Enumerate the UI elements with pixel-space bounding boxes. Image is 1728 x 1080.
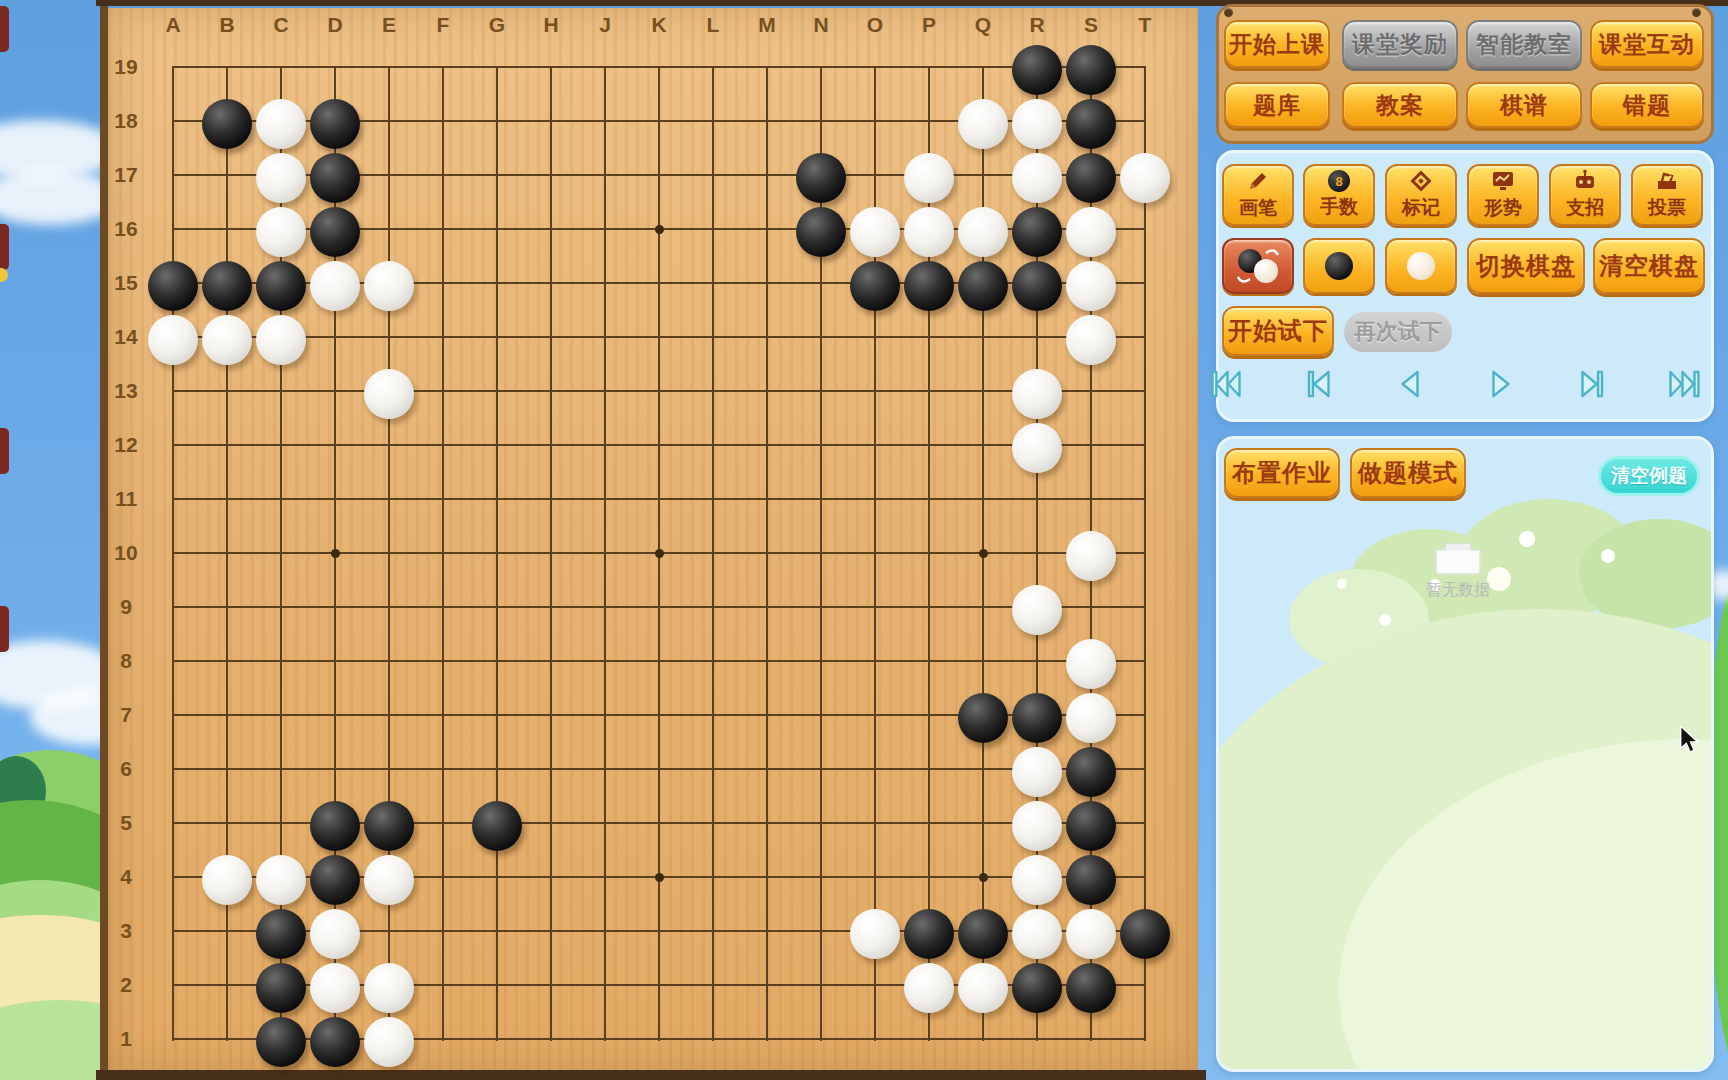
- bush-dot: [1337, 579, 1347, 589]
- column-label: K: [644, 13, 674, 37]
- row-label: 17: [104, 163, 148, 187]
- row-label: 2: [104, 973, 148, 997]
- tool-label: 手数: [1320, 194, 1358, 220]
- question-bank-button[interactable]: 题库: [1224, 82, 1330, 128]
- bottom-bar: [96, 1070, 1206, 1080]
- grid-line-vertical: [1144, 67, 1146, 1041]
- column-label: N: [806, 13, 836, 37]
- stone-white: [850, 909, 900, 959]
- stone-white: [1012, 153, 1062, 203]
- stone-white: [364, 1017, 414, 1067]
- column-label: T: [1130, 13, 1160, 37]
- star-point: [655, 873, 664, 882]
- class-interaction-button[interactable]: 课堂互动: [1590, 20, 1704, 68]
- column-label: G: [482, 13, 512, 37]
- row-label: 18: [104, 109, 148, 133]
- stone-black: [202, 261, 252, 311]
- clear-board-button[interactable]: 清空棋盘: [1593, 238, 1705, 294]
- stone-white: [1066, 639, 1116, 689]
- stone-white: [310, 909, 360, 959]
- star-point: [331, 549, 340, 558]
- stone-black: [796, 153, 846, 203]
- stone-black: [796, 207, 846, 257]
- territory-tool-button[interactable]: 形势: [1467, 164, 1539, 226]
- row-label: 9: [104, 595, 148, 619]
- grid-line-vertical: [604, 67, 606, 1041]
- wrong-question-button[interactable]: 错题: [1590, 82, 1704, 128]
- move-number-icon: 8: [1328, 170, 1350, 192]
- empty-text: 暂无数据: [1408, 580, 1508, 601]
- stone-white: [256, 855, 306, 905]
- stone-white: [310, 261, 360, 311]
- mark-tool-button[interactable]: 标记: [1385, 164, 1457, 226]
- stone-white: [1120, 153, 1170, 203]
- row-label: 11: [104, 487, 148, 511]
- stone-white: [1012, 801, 1062, 851]
- stone-black: [1066, 45, 1116, 95]
- stone-white: [904, 963, 954, 1013]
- star-point: [655, 549, 664, 558]
- grid-line-vertical: [172, 67, 174, 1041]
- stone-black: [1012, 45, 1062, 95]
- stone-black: [1120, 909, 1170, 959]
- grid-line-horizontal: [172, 768, 1146, 770]
- stone-black: [958, 261, 1008, 311]
- stone-black: [1066, 747, 1116, 797]
- row-label: 7: [104, 703, 148, 727]
- stone-white: [1012, 855, 1062, 905]
- stone-white: [958, 207, 1008, 257]
- background-window-edge: [0, 606, 9, 652]
- stone-black: [472, 801, 522, 851]
- grid-line-horizontal: [172, 606, 1146, 608]
- stone-black: [256, 1017, 306, 1067]
- row-label: 10: [104, 541, 148, 565]
- column-label: A: [158, 13, 188, 37]
- column-label: J: [590, 13, 620, 37]
- board-left-edge: [100, 0, 108, 1080]
- row-label: 1: [104, 1027, 148, 1051]
- game-record-button[interactable]: 棋谱: [1466, 82, 1582, 128]
- step-forward-button[interactable]: [1575, 366, 1611, 402]
- bush-dot: [1601, 549, 1615, 563]
- stone-black: [1012, 261, 1062, 311]
- stone-black: [148, 261, 198, 311]
- row-label: 15: [104, 271, 148, 295]
- stone-black: [1066, 855, 1116, 905]
- tool-label: 形势: [1484, 195, 1522, 221]
- stone-white: [1012, 423, 1062, 473]
- stone-white: [850, 207, 900, 257]
- switch-board-button[interactable]: 切换棋盘: [1467, 238, 1585, 294]
- white-stone-icon: [1407, 252, 1435, 280]
- vote-tool-button[interactable]: 投票: [1631, 164, 1703, 226]
- stone-white: [256, 207, 306, 257]
- territory-icon: [1490, 169, 1516, 193]
- stone-white: [256, 99, 306, 149]
- mouse-cursor: [1678, 726, 1702, 754]
- row-label: 12: [104, 433, 148, 457]
- grid-line-horizontal: [172, 660, 1146, 662]
- grid-line-vertical: [766, 67, 768, 1041]
- stone-black: [1012, 693, 1062, 743]
- row-label: 5: [104, 811, 148, 835]
- class-reward-button[interactable]: 课堂奖励: [1342, 20, 1458, 68]
- lesson-plan-button[interactable]: 教案: [1342, 82, 1458, 128]
- play-button[interactable]: [1483, 366, 1519, 402]
- assign-homework-button[interactable]: 布置作业: [1224, 448, 1340, 498]
- column-label: Q: [968, 13, 998, 37]
- stone-white: [364, 261, 414, 311]
- stone-black: [310, 153, 360, 203]
- stone-white: [1012, 909, 1062, 959]
- stone-black: [202, 99, 252, 149]
- stone-white: [1012, 99, 1062, 149]
- step-back-button[interactable]: [1300, 366, 1336, 402]
- hint-tool-button[interactable]: 支招: [1549, 164, 1621, 226]
- stone-white: [202, 855, 252, 905]
- stone-black: [310, 207, 360, 257]
- stone-black: [904, 261, 954, 311]
- row-label: 14: [104, 325, 148, 349]
- column-label: H: [536, 13, 566, 37]
- stone-black: [1012, 963, 1062, 1013]
- stone-black: [256, 963, 306, 1013]
- stone-white: [1012, 747, 1062, 797]
- skip-to-start-button[interactable]: [1208, 366, 1244, 402]
- stone-black: [256, 261, 306, 311]
- stone-white: [958, 963, 1008, 1013]
- alternate-colors-icon: [1236, 247, 1280, 285]
- vote-icon: [1654, 169, 1680, 193]
- stone-black: [310, 99, 360, 149]
- column-label: D: [320, 13, 350, 37]
- clear-examples-button[interactable]: 清空例题: [1598, 456, 1700, 496]
- star-point: [655, 225, 664, 234]
- stone-white: [1012, 369, 1062, 419]
- stone-white: [1066, 909, 1116, 959]
- skip-to-end-button[interactable]: [1666, 366, 1702, 402]
- stone-white: [1066, 207, 1116, 257]
- back-button[interactable]: [1392, 366, 1428, 402]
- quiz-mode-button[interactable]: 做题模式: [1350, 448, 1466, 498]
- sun-dot: [0, 268, 8, 282]
- white-stone-button[interactable]: [1385, 238, 1457, 294]
- column-label: M: [752, 13, 782, 37]
- retry-trial-button[interactable]: 再次试下: [1344, 312, 1452, 352]
- black-stone-button[interactable]: [1303, 238, 1375, 294]
- background-window-edge: [0, 224, 9, 270]
- empty-folder-icon: [1432, 540, 1484, 576]
- empty-state: 暂无数据: [1408, 540, 1508, 601]
- tool-label: 投票: [1648, 195, 1686, 221]
- smart-classroom-button[interactable]: 智能教室: [1466, 20, 1582, 68]
- stone-white: [1066, 693, 1116, 743]
- stone-black: [310, 855, 360, 905]
- row-label: 6: [104, 757, 148, 781]
- row-label: 13: [104, 379, 148, 403]
- start-class-button[interactable]: 开始上课: [1224, 20, 1330, 68]
- tool-label: 支招: [1566, 195, 1604, 221]
- move-number-tool-button[interactable]: 8 手数: [1303, 164, 1375, 226]
- stone-black: [1012, 207, 1062, 257]
- nail-icon: [1692, 8, 1701, 17]
- pencil-icon: [1246, 169, 1270, 193]
- stone-white: [904, 207, 954, 257]
- stone-white: [256, 153, 306, 203]
- stone-white: [1066, 531, 1116, 581]
- stone-black: [310, 1017, 360, 1067]
- start-trial-button[interactable]: 开始试下: [1222, 306, 1334, 356]
- column-label: F: [428, 13, 458, 37]
- column-label: L: [698, 13, 728, 37]
- grid-line-vertical: [712, 67, 714, 1041]
- bush-dot: [1519, 531, 1535, 547]
- stone-white: [1066, 315, 1116, 365]
- stone-black: [1066, 801, 1116, 851]
- star-point: [979, 873, 988, 882]
- tool-label: 标记: [1402, 195, 1440, 221]
- row-label: 3: [104, 919, 148, 943]
- row-label: 16: [104, 217, 148, 241]
- app-screen: { "game": "go", "go": { "board_size": 19…: [0, 0, 1728, 1080]
- homework-panel: [1216, 436, 1714, 1072]
- grid-line-vertical: [442, 67, 444, 1041]
- row-label: 4: [104, 865, 148, 889]
- stone-white: [202, 315, 252, 365]
- tool-label: 画笔: [1239, 195, 1277, 221]
- nail-icon: [1224, 8, 1233, 17]
- column-label: P: [914, 13, 944, 37]
- column-label: C: [266, 13, 296, 37]
- grid-line-vertical: [496, 67, 498, 1041]
- stone-black: [958, 693, 1008, 743]
- grid-line-vertical: [550, 67, 552, 1041]
- stone-black: [850, 261, 900, 311]
- star-point: [979, 549, 988, 558]
- black-stone-icon: [1325, 252, 1353, 280]
- row-label: 19: [104, 55, 148, 79]
- stone-black: [1066, 963, 1116, 1013]
- column-label: E: [374, 13, 404, 37]
- stone-white: [364, 369, 414, 419]
- column-label: S: [1076, 13, 1106, 37]
- stone-white: [1066, 261, 1116, 311]
- stone-black: [1066, 99, 1116, 149]
- stone-white: [904, 153, 954, 203]
- column-label: R: [1022, 13, 1052, 37]
- stone-black: [1066, 153, 1116, 203]
- stone-black: [256, 909, 306, 959]
- stone-white: [1012, 585, 1062, 635]
- stone-white: [364, 963, 414, 1013]
- stone-black: [310, 801, 360, 851]
- background-window-edge: [0, 6, 9, 52]
- stone-white: [310, 963, 360, 1013]
- stone-white: [256, 315, 306, 365]
- mark-icon: [1409, 169, 1433, 193]
- column-label: B: [212, 13, 242, 37]
- alternate-colors-button[interactable]: [1222, 238, 1294, 294]
- stone-white: [364, 855, 414, 905]
- stone-black: [958, 909, 1008, 959]
- stone-black: [364, 801, 414, 851]
- row-label: 8: [104, 649, 148, 673]
- pencil-tool-button[interactable]: 画笔: [1222, 164, 1294, 226]
- stone-white: [958, 99, 1008, 149]
- bush-dot: [1379, 614, 1391, 626]
- stone-black: [904, 909, 954, 959]
- stone-white: [148, 315, 198, 365]
- column-label: O: [860, 13, 890, 37]
- background-window-edge: [0, 428, 9, 474]
- hint-icon: [1572, 169, 1598, 193]
